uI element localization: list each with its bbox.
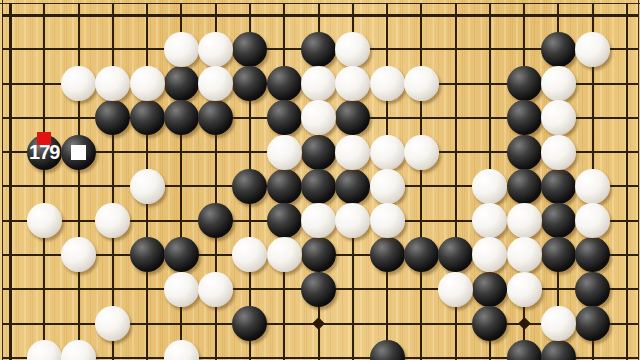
stone-black-J14 [267, 169, 302, 204]
stone-black-Q16 [507, 100, 542, 135]
stone-black-Q9 [507, 340, 542, 360]
star-point-Q10 [518, 317, 531, 330]
star-point-K10 [312, 317, 325, 330]
grid-vertical-line [78, 3, 80, 360]
stone-black-S11 [575, 272, 610, 307]
stone-white-D10 [95, 306, 130, 341]
stone-white-C12 [61, 237, 96, 272]
stone-black-C15 [61, 135, 96, 170]
stone-black-E16 [130, 100, 165, 135]
stone-white-K16 [301, 100, 336, 135]
stone-white-P12 [472, 237, 507, 272]
grid-vertical-line [9, 3, 12, 360]
stone-white-M15 [370, 135, 405, 170]
stone-black-J16 [267, 100, 302, 135]
grid-horizontal-line [2, 14, 638, 17]
stone-white-M17 [370, 66, 405, 101]
stone-white-G11 [198, 272, 233, 307]
stone-white-M14 [370, 169, 405, 204]
stone-white-N15 [404, 135, 439, 170]
stone-black-R12 [541, 237, 576, 272]
stone-black-S12 [575, 237, 610, 272]
stone-white-C17 [61, 66, 96, 101]
stone-white-L17 [335, 66, 370, 101]
stone-black-O12 [438, 237, 473, 272]
stone-white-L13 [335, 203, 370, 238]
board-frame-top-line [0, 3, 640, 4]
stone-white-C9 [61, 340, 96, 360]
stone-white-G18 [198, 32, 233, 67]
stone-black-S10 [575, 306, 610, 341]
stone-black-L14 [335, 169, 370, 204]
stone-black-K15 [301, 135, 336, 170]
stone-white-S14 [575, 169, 610, 204]
stone-white-R10 [541, 306, 576, 341]
stone-black-H17 [232, 66, 267, 101]
stone-white-H12 [232, 237, 267, 272]
stone-white-F11 [164, 272, 199, 307]
stone-black-R13 [541, 203, 576, 238]
stone-white-R16 [541, 100, 576, 135]
stone-white-B13 [27, 203, 62, 238]
stone-white-R15 [541, 135, 576, 170]
stone-black-D16 [95, 100, 130, 135]
video-frame: 179 [0, 0, 640, 360]
stone-white-M13 [370, 203, 405, 238]
stone-white-O11 [438, 272, 473, 307]
stone-black-Q15 [507, 135, 542, 170]
stone-black-J17 [267, 66, 302, 101]
go-board[interactable]: 179 [0, 0, 640, 360]
stone-white-K13 [301, 203, 336, 238]
stone-white-P14 [472, 169, 507, 204]
stone-white-F18 [164, 32, 199, 67]
stone-white-J12 [267, 237, 302, 272]
stone-white-L15 [335, 135, 370, 170]
stone-black-H18 [232, 32, 267, 67]
square-marker-icon [71, 145, 86, 160]
grid-vertical-line [420, 3, 422, 360]
stone-black-K14 [301, 169, 336, 204]
stone-white-S18 [575, 32, 610, 67]
stone-white-P13 [472, 203, 507, 238]
stone-black-K18 [301, 32, 336, 67]
stone-black-M12 [370, 237, 405, 272]
grid-vertical-line [626, 3, 628, 360]
stone-black-P10 [472, 306, 507, 341]
stone-black-F12 [164, 237, 199, 272]
stone-black-J13 [267, 203, 302, 238]
stone-black-H10 [232, 306, 267, 341]
stone-black-E12 [130, 237, 165, 272]
stone-black-K11 [301, 272, 336, 307]
stone-white-F9 [164, 340, 199, 360]
stone-black-Q14 [507, 169, 542, 204]
stone-white-G17 [198, 66, 233, 101]
stone-black-R9 [541, 340, 576, 360]
stone-white-D17 [95, 66, 130, 101]
stone-black-F16 [164, 100, 199, 135]
stone-white-B9 [27, 340, 62, 360]
stone-black-G13 [198, 203, 233, 238]
board-frame-right-line [638, 0, 639, 360]
stone-black-R14 [541, 169, 576, 204]
stone-white-D13 [95, 203, 130, 238]
stone-white-Q11 [507, 272, 542, 307]
stone-black-P11 [472, 272, 507, 307]
stone-white-Q13 [507, 203, 542, 238]
board-frame-left-line [2, 0, 3, 360]
current-move-flag-icon [37, 132, 51, 145]
stone-black-F17 [164, 66, 199, 101]
stone-black-H14 [232, 169, 267, 204]
stone-white-E14 [130, 169, 165, 204]
stone-black-M9 [370, 340, 405, 360]
stone-white-N17 [404, 66, 439, 101]
stone-black-G16 [198, 100, 233, 135]
stone-black-K12 [301, 237, 336, 272]
stone-white-R17 [541, 66, 576, 101]
stone-white-L18 [335, 32, 370, 67]
stone-black-L16 [335, 100, 370, 135]
stone-white-S13 [575, 203, 610, 238]
stone-white-Q12 [507, 237, 542, 272]
grid-vertical-line [43, 3, 45, 360]
stone-black-R18 [541, 32, 576, 67]
stone-black-N12 [404, 237, 439, 272]
stone-white-K17 [301, 66, 336, 101]
stone-white-E17 [130, 66, 165, 101]
stone-black-Q17 [507, 66, 542, 101]
stone-white-J15 [267, 135, 302, 170]
